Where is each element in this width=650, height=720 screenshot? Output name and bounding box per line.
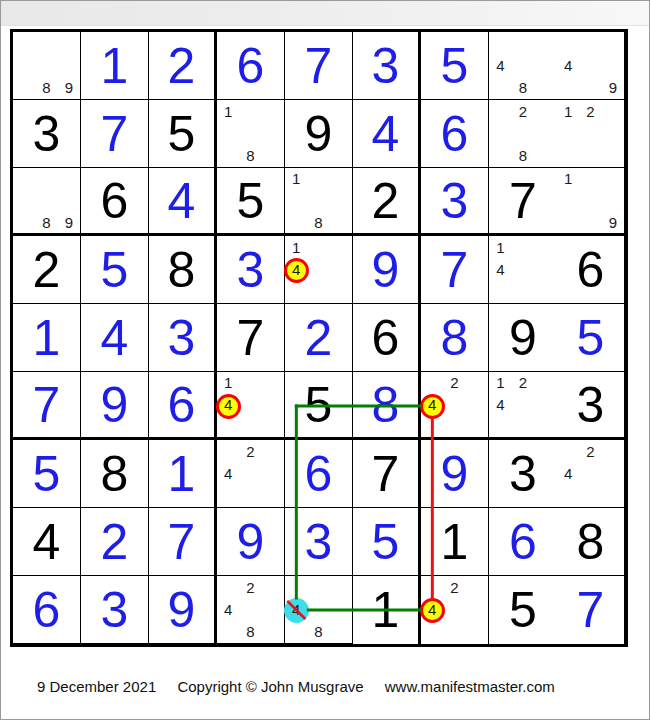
candidate-9: 9 — [602, 77, 624, 99]
candidates: 49 — [557, 32, 624, 99]
footer-website: www.manifestmaster.com — [385, 678, 555, 695]
solved-digit: 5 — [13, 440, 80, 507]
cell-r5c6[interactable]: 6 — [353, 304, 421, 372]
cell-r1c7[interactable]: 5 — [421, 32, 489, 100]
cell-r3c9[interactable]: 19 — [557, 168, 625, 236]
cell-r9c1[interactable]: 6 — [13, 576, 81, 644]
candidate-1: 1 — [285, 236, 307, 258]
cell-r1c1[interactable]: 89 — [13, 32, 81, 100]
cell-r3c4[interactable]: 5 — [217, 168, 285, 236]
given-digit: 6 — [557, 236, 624, 303]
cell-r2c7[interactable]: 6 — [421, 100, 489, 168]
candidates: 89 — [13, 168, 80, 233]
candidate-2: 2 — [512, 372, 535, 394]
solved-digit: 6 — [13, 576, 80, 643]
candidate-4: 4 — [557, 54, 579, 76]
solved-digit: 5 — [353, 508, 418, 575]
given-digit: 7 — [353, 440, 418, 507]
candidates: 24 — [421, 372, 488, 437]
candidates: 48 — [285, 576, 352, 643]
solved-digit: 9 — [421, 440, 488, 507]
cell-r8c7[interactable]: 1 — [421, 508, 489, 576]
cell-r4c4[interactable]: 3 — [217, 236, 285, 304]
candidate-4: 4 — [285, 258, 307, 280]
given-digit: 3 — [13, 100, 80, 167]
given-digit: 6 — [81, 168, 148, 233]
cell-r9c5[interactable]: 48 — [285, 576, 353, 644]
candidates: 14 — [489, 236, 557, 303]
candidate-9: 9 — [58, 211, 80, 233]
solved-digit: 7 — [557, 576, 624, 644]
cell-r5c8[interactable]: 9 — [489, 304, 557, 372]
solved-digit: 7 — [81, 100, 148, 167]
candidate-9: 9 — [58, 77, 80, 99]
candidate-4: 4 — [557, 462, 579, 484]
sudoku-page: 8912673548493751894628128964518237192583… — [0, 0, 650, 720]
candidate-1: 1 — [557, 168, 579, 190]
given-digit: 7 — [489, 168, 557, 233]
solved-digit: 3 — [149, 304, 214, 371]
cell-r5c2[interactable]: 4 — [81, 304, 149, 372]
given-digit: 5 — [217, 168, 284, 233]
given-digit: 5 — [285, 372, 352, 437]
solved-digit: 5 — [421, 32, 488, 99]
candidate-8: 8 — [35, 77, 57, 99]
cell-r7c9[interactable]: 24 — [557, 440, 625, 508]
cell-r7c2[interactable]: 8 — [81, 440, 149, 508]
cell-r8c1[interactable]: 4 — [13, 508, 81, 576]
candidates: 18 — [217, 100, 284, 167]
solved-digit: 7 — [13, 372, 80, 437]
cell-r4c3[interactable]: 8 — [149, 236, 217, 304]
given-digit: 2 — [13, 236, 80, 303]
cell-r7c5[interactable]: 6 — [285, 440, 353, 508]
candidates: 14 — [217, 372, 284, 437]
cell-r9c3[interactable]: 9 — [149, 576, 217, 644]
cell-r1c6[interactable]: 3 — [353, 32, 421, 100]
cell-r9c2[interactable]: 3 — [81, 576, 149, 644]
solved-digit: 8 — [421, 304, 488, 371]
cell-r8c9[interactable]: 8 — [557, 508, 625, 576]
candidate-8: 8 — [239, 145, 261, 167]
given-digit: 1 — [421, 508, 488, 575]
candidates: 18 — [285, 168, 352, 233]
cell-r8c3[interactable]: 7 — [149, 508, 217, 576]
footer: 9 December 2021 Copyright © John Musgrav… — [37, 678, 572, 695]
given-digit: 4 — [13, 508, 80, 575]
candidate-2: 2 — [239, 440, 261, 462]
cell-r1c8[interactable]: 48 — [489, 32, 557, 100]
solved-digit: 1 — [81, 32, 148, 99]
cell-r4c1[interactable]: 2 — [13, 236, 81, 304]
cell-r2c8[interactable]: 28 — [489, 100, 557, 168]
solved-digit: 2 — [81, 508, 148, 575]
candidate-4: 4 — [489, 54, 512, 76]
candidate-9: 9 — [602, 211, 624, 233]
cell-r8c4[interactable]: 9 — [217, 508, 285, 576]
cell-r9c6[interactable]: 1 — [353, 576, 421, 644]
cell-r2c1[interactable]: 3 — [13, 100, 81, 168]
candidate-8: 8 — [239, 621, 261, 643]
cell-r9c8[interactable]: 5 — [489, 576, 557, 644]
cell-r2c2[interactable]: 7 — [81, 100, 149, 168]
solved-digit: 5 — [557, 304, 624, 371]
cell-r6c7[interactable]: 24 — [421, 372, 489, 440]
cell-r4c6[interactable]: 9 — [353, 236, 421, 304]
cell-r6c1[interactable]: 7 — [13, 372, 81, 440]
cell-r4c7[interactable]: 7 — [421, 236, 489, 304]
given-digit: 9 — [285, 100, 352, 167]
cell-r2c5[interactable]: 9 — [285, 100, 353, 168]
title-bar — [1, 1, 649, 26]
solved-digit: 3 — [217, 236, 284, 303]
cell-r5c7[interactable]: 8 — [421, 304, 489, 372]
cell-r7c3[interactable]: 1 — [149, 440, 217, 508]
cell-r8c6[interactable]: 5 — [353, 508, 421, 576]
candidate-4: 4 — [217, 462, 239, 484]
given-digit: 5 — [489, 576, 557, 644]
candidate-4: 4 — [489, 394, 512, 416]
candidates: 24 — [217, 440, 284, 507]
candidate-2: 2 — [443, 372, 465, 394]
solved-digit: 9 — [217, 508, 284, 575]
solved-digit: 8 — [353, 372, 418, 437]
candidate-8: 8 — [512, 77, 535, 99]
cell-r4c2[interactable]: 5 — [81, 236, 149, 304]
candidate-2: 2 — [239, 576, 261, 598]
given-digit: 3 — [557, 372, 624, 437]
given-digit: 1 — [353, 576, 418, 644]
candidate-2: 2 — [443, 576, 465, 599]
cell-r6c2[interactable]: 9 — [81, 372, 149, 440]
cell-r6c9[interactable]: 3 — [557, 372, 625, 440]
candidate-4: 4 — [421, 599, 443, 622]
solved-digit: 7 — [421, 236, 488, 303]
candidate-1: 1 — [489, 236, 512, 258]
cell-r3c7[interactable]: 3 — [421, 168, 489, 236]
cell-r5c4[interactable]: 7 — [217, 304, 285, 372]
cell-r8c8[interactable]: 6 — [489, 508, 557, 576]
solved-digit: 6 — [489, 508, 557, 575]
solved-digit: 9 — [353, 236, 418, 303]
solved-digit: 7 — [285, 32, 352, 99]
candidate-4: 4 — [285, 598, 307, 620]
candidate-1: 1 — [489, 372, 512, 394]
solved-digit: 5 — [81, 236, 148, 303]
candidate-4: 4 — [489, 258, 512, 280]
solved-digit: 3 — [353, 32, 418, 99]
cell-r8c5[interactable]: 3 — [285, 508, 353, 576]
cell-r5c3[interactable]: 3 — [149, 304, 217, 372]
cell-r2c6[interactable]: 4 — [353, 100, 421, 168]
solved-digit: 4 — [353, 100, 418, 167]
solved-digit: 3 — [81, 576, 148, 643]
candidate-8: 8 — [307, 211, 329, 233]
cell-r8c2[interactable]: 2 — [81, 508, 149, 576]
given-digit: 2 — [353, 168, 418, 233]
candidate-2: 2 — [579, 440, 601, 462]
cell-r6c6[interactable]: 8 — [353, 372, 421, 440]
solved-digit: 2 — [149, 32, 214, 99]
cell-r7c1[interactable]: 5 — [13, 440, 81, 508]
candidates: 89 — [13, 32, 80, 99]
cell-r3c1[interactable]: 89 — [13, 168, 81, 236]
candidate-1: 1 — [557, 100, 579, 122]
given-digit: 8 — [557, 508, 624, 575]
cell-r3c3[interactable]: 4 — [149, 168, 217, 236]
solved-digit: 6 — [421, 100, 488, 167]
solved-digit: 3 — [421, 168, 488, 233]
candidate-8: 8 — [307, 621, 329, 643]
cell-r3c8[interactable]: 7 — [489, 168, 557, 236]
given-digit: 7 — [217, 304, 284, 371]
solved-digit: 1 — [149, 440, 214, 507]
given-digit: 8 — [149, 236, 214, 303]
cell-r4c9[interactable]: 6 — [557, 236, 625, 304]
cell-r9c9[interactable]: 7 — [557, 576, 625, 644]
solved-digit: 2 — [285, 304, 352, 371]
candidate-2: 2 — [512, 100, 535, 122]
candidate-8: 8 — [35, 211, 57, 233]
cell-r9c7[interactable]: 24 — [421, 576, 489, 644]
cell-r3c5[interactable]: 18 — [285, 168, 353, 236]
cell-r1c5[interactable]: 7 — [285, 32, 353, 100]
cell-r5c5[interactable]: 2 — [285, 304, 353, 372]
cell-r6c5[interactable]: 5 — [285, 372, 353, 440]
cell-r4c8[interactable]: 14 — [489, 236, 557, 304]
candidate-8: 8 — [512, 145, 535, 167]
cell-r1c2[interactable]: 1 — [81, 32, 149, 100]
footer-copyright: Copyright © John Musgrave — [177, 678, 363, 695]
candidates: 14 — [285, 236, 352, 303]
candidates: 24 — [421, 576, 488, 644]
cell-r6c8[interactable]: 124 — [489, 372, 557, 440]
candidates: 48 — [489, 32, 557, 99]
given-digit: 6 — [353, 304, 418, 371]
given-digit: 8 — [81, 440, 148, 507]
given-digit: 3 — [489, 440, 557, 507]
candidate-4: 4 — [217, 598, 239, 620]
candidates: 12 — [557, 100, 624, 167]
candidate-2: 2 — [579, 100, 601, 122]
solved-digit: 4 — [149, 168, 214, 233]
solved-digit: 7 — [149, 508, 214, 575]
cell-r6c4[interactable]: 14 — [217, 372, 285, 440]
solved-digit: 6 — [217, 32, 284, 99]
cell-r1c9[interactable]: 49 — [557, 32, 625, 100]
solved-digit: 9 — [149, 576, 214, 643]
solved-digit: 4 — [81, 304, 148, 371]
cell-r5c9[interactable]: 5 — [557, 304, 625, 372]
given-digit: 9 — [489, 304, 557, 371]
cell-r2c4[interactable]: 18 — [217, 100, 285, 168]
solved-digit: 9 — [81, 372, 148, 437]
cell-r4c5[interactable]: 14 — [285, 236, 353, 304]
sudoku-board: 8912673548493751894628128964518237192583… — [10, 29, 628, 647]
candidates: 28 — [489, 100, 557, 167]
given-digit: 5 — [149, 100, 214, 167]
solved-digit: 1 — [13, 304, 80, 371]
cell-r9c4[interactable]: 248 — [217, 576, 285, 644]
candidate-1: 1 — [217, 100, 239, 122]
cell-r7c6[interactable]: 7 — [353, 440, 421, 508]
cell-r5c1[interactable]: 1 — [13, 304, 81, 372]
candidates: 19 — [557, 168, 624, 233]
cell-r2c3[interactable]: 5 — [149, 100, 217, 168]
candidate-4: 4 — [217, 394, 239, 416]
cell-r7c4[interactable]: 24 — [217, 440, 285, 508]
cell-r7c7[interactable]: 9 — [421, 440, 489, 508]
candidate-1: 1 — [285, 168, 307, 190]
cell-r7c8[interactable]: 3 — [489, 440, 557, 508]
footer-date: 9 December 2021 — [37, 678, 156, 695]
solved-digit: 6 — [149, 372, 214, 437]
candidate-4: 4 — [421, 394, 443, 416]
cell-r3c2[interactable]: 6 — [81, 168, 149, 236]
solved-digit: 6 — [285, 440, 352, 507]
candidates: 248 — [217, 576, 284, 643]
cell-r6c3[interactable]: 6 — [149, 372, 217, 440]
candidate-1: 1 — [217, 372, 239, 394]
candidates: 124 — [489, 372, 557, 437]
cell-r2c9[interactable]: 12 — [557, 100, 625, 168]
candidates: 24 — [557, 440, 624, 507]
cell-r1c4[interactable]: 6 — [217, 32, 285, 100]
cell-r1c3[interactable]: 2 — [149, 32, 217, 100]
solved-digit: 3 — [285, 508, 352, 575]
cell-r3c6[interactable]: 2 — [353, 168, 421, 236]
